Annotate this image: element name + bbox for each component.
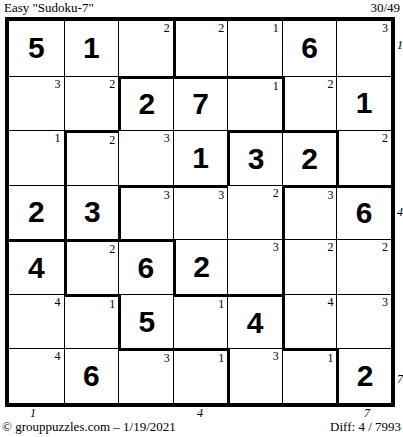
given-digit: 2 <box>176 240 228 294</box>
given-digit: 1 <box>65 21 119 76</box>
cell-r2c3[interactable]: 2 <box>118 76 173 131</box>
cell-r1c4[interactable]: 2 <box>173 21 228 76</box>
cell-r6c1[interactable]: 4 <box>9 294 64 349</box>
page-title: Easy "Sudoku-7" <box>4 0 94 16</box>
sudoku-board: 5122163322712112313222333236426232241514… <box>5 17 395 407</box>
cell-r1c2[interactable]: 1 <box>64 21 119 76</box>
given-digit: 3 <box>67 186 119 240</box>
corner-mark: 2 <box>109 242 115 256</box>
cell-r3c3[interactable]: 3 <box>118 130 173 185</box>
corner-mark: 2 <box>327 240 333 254</box>
cell-r6c4[interactable]: 1 <box>173 294 228 349</box>
cell-r5c4[interactable]: 2 <box>173 239 228 294</box>
cell-r6c2[interactable]: 1 <box>64 294 119 349</box>
cell-r6c5[interactable]: 4 <box>227 294 282 349</box>
given-digit: 2 <box>339 349 391 403</box>
copyright-text: © grouppuzzles.com – 1/19/2021 <box>2 419 176 435</box>
cell-r2c4[interactable]: 7 <box>173 76 228 131</box>
cell-r5c3[interactable]: 6 <box>118 239 173 294</box>
cell-r3c6[interactable]: 2 <box>282 130 337 185</box>
corner-mark: 3 <box>164 351 170 365</box>
row-label-1: 1 <box>397 38 403 53</box>
cell-r5c1[interactable]: 4 <box>9 239 64 294</box>
corner-mark: 3 <box>273 349 279 363</box>
corner-mark: 2 <box>109 133 115 147</box>
corner-mark: 3 <box>55 77 61 91</box>
cell-r3c5[interactable]: 3 <box>227 130 282 185</box>
corner-mark: 1 <box>109 297 115 311</box>
cell-r1c5[interactable]: 1 <box>227 21 282 76</box>
corner-mark: 3 <box>382 295 388 309</box>
cell-r7c1[interactable]: 4 <box>9 348 64 403</box>
cell-r4c1[interactable]: 2 <box>9 185 64 240</box>
corner-mark: 4 <box>55 349 61 363</box>
cell-r7c4[interactable]: 1 <box>173 348 228 403</box>
cell-r1c7[interactable]: 3 <box>336 21 391 76</box>
corner-mark: 1 <box>218 351 224 365</box>
cell-r4c7[interactable]: 6 <box>336 185 391 240</box>
corner-mark: 2 <box>109 77 115 91</box>
cell-r7c2[interactable]: 6 <box>64 348 119 403</box>
cell-r7c5[interactable]: 3 <box>227 348 282 403</box>
corner-mark: 2 <box>327 77 333 91</box>
cell-r4c5[interactable]: 2 <box>227 185 282 240</box>
cell-r4c4[interactable]: 3 <box>173 185 228 240</box>
given-digit: 5 <box>9 21 64 76</box>
corner-mark: 2 <box>382 240 388 254</box>
corner-mark: 4 <box>55 295 61 309</box>
cell-r7c3[interactable]: 3 <box>118 348 173 403</box>
col-label-4: 4 <box>197 406 203 421</box>
given-digit: 4 <box>9 242 64 294</box>
corner-mark: 2 <box>164 21 170 35</box>
cell-r6c3[interactable]: 5 <box>118 294 173 349</box>
cell-r2c1[interactable]: 3 <box>9 76 64 131</box>
row-label-4: 4 <box>397 205 403 220</box>
corner-mark: 3 <box>273 240 279 254</box>
cell-r2c7[interactable]: 1 <box>336 76 391 131</box>
corner-mark: 1 <box>327 351 333 365</box>
cell-r5c6[interactable]: 2 <box>282 239 337 294</box>
given-digit: 1 <box>337 77 391 131</box>
corner-mark: 2 <box>218 21 224 35</box>
cell-r3c7[interactable]: 2 <box>336 130 391 185</box>
given-digit: 6 <box>337 188 391 240</box>
corner-mark: 3 <box>164 188 170 202</box>
given-digit: 2 <box>9 186 64 240</box>
difficulty-text: Diff: 4 / 7993 <box>330 419 401 435</box>
progress-counter: 30/49 <box>370 0 400 16</box>
given-digit: 7 <box>174 79 228 131</box>
cell-r1c6[interactable]: 6 <box>282 21 337 76</box>
cell-r4c6[interactable]: 3 <box>282 185 337 240</box>
cell-r5c7[interactable]: 2 <box>336 239 391 294</box>
row-label-7: 7 <box>397 372 403 387</box>
corner-mark: 3 <box>164 131 170 145</box>
corner-mark: 2 <box>382 131 388 145</box>
corner-mark: 1 <box>55 131 61 145</box>
given-digit: 4 <box>228 297 282 349</box>
cell-r5c5[interactable]: 3 <box>227 239 282 294</box>
given-digit: 2 <box>283 133 337 185</box>
cell-r2c5[interactable]: 1 <box>227 76 282 131</box>
cell-r4c3[interactable]: 3 <box>118 185 173 240</box>
cell-r4c2[interactable]: 3 <box>64 185 119 240</box>
cell-r5c2[interactable]: 2 <box>64 239 119 294</box>
cell-r6c7[interactable]: 3 <box>336 294 391 349</box>
corner-mark: 2 <box>273 186 279 200</box>
corner-mark: 3 <box>327 188 333 202</box>
given-digit: 3 <box>230 133 282 185</box>
corner-mark: 3 <box>218 188 224 202</box>
corner-mark: 4 <box>327 295 333 309</box>
given-digit: 5 <box>121 295 173 349</box>
given-digit: 1 <box>174 131 228 185</box>
corner-mark: 1 <box>273 21 279 35</box>
cell-r1c3[interactable]: 2 <box>118 21 173 76</box>
cell-r3c4[interactable]: 1 <box>173 130 228 185</box>
cell-r7c6[interactable]: 1 <box>282 348 337 403</box>
cell-r6c6[interactable]: 4 <box>282 294 337 349</box>
given-digit: 6 <box>65 349 119 403</box>
corner-mark: 1 <box>218 297 224 311</box>
given-digit: 6 <box>119 242 173 294</box>
cell-r1c1[interactable]: 5 <box>9 21 64 76</box>
cell-r7c7[interactable]: 2 <box>336 348 391 403</box>
cell-r2c2[interactable]: 2 <box>64 76 119 131</box>
cell-r2c6[interactable]: 2 <box>282 76 337 131</box>
cell-r3c2[interactable]: 2 <box>64 130 119 185</box>
given-digit: 2 <box>121 79 173 131</box>
corner-mark: 3 <box>382 21 388 35</box>
cell-r3c1[interactable]: 1 <box>9 130 64 185</box>
corner-mark: 1 <box>273 79 279 93</box>
given-digit: 6 <box>283 21 337 76</box>
